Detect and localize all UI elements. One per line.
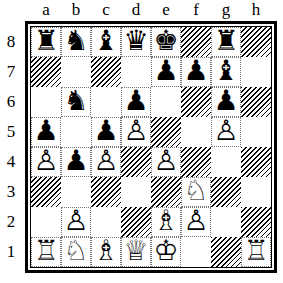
square-c3	[91, 177, 121, 207]
square-g5: ♙	[211, 117, 241, 147]
square-a2	[31, 207, 61, 237]
white-pawn: ♙	[183, 206, 208, 236]
square-d3	[121, 177, 151, 207]
file-label-e: e	[151, 0, 181, 20]
white-pawn: ♙	[63, 206, 88, 236]
square-e5	[151, 117, 181, 147]
white-queen: ♕	[123, 236, 148, 266]
square-h6	[241, 87, 271, 117]
square-d4	[121, 147, 151, 177]
rank-label-7: 7	[0, 57, 22, 87]
white-pawn: ♙	[93, 146, 118, 176]
black-pawn: ♟	[63, 146, 88, 176]
square-e6	[151, 87, 181, 117]
square-a4: ♙	[31, 147, 61, 177]
square-b1: ♘	[61, 237, 91, 267]
black-rook: ♜	[33, 26, 58, 56]
square-g1	[211, 237, 241, 267]
board-frame: ♜♞♝♛♚♜♟♟♝♞♟♟♟♟♙♙♙♟♙♙♘♙♗♙♖♘♗♕♔♖	[25, 21, 277, 273]
black-pawn: ♟	[153, 56, 178, 86]
square-e1: ♔	[151, 237, 181, 267]
file-label-g: g	[211, 0, 241, 20]
square-f3: ♘	[181, 177, 211, 207]
file-label-d: d	[121, 0, 151, 20]
file-labels: abcdefgh	[31, 0, 271, 20]
square-d8: ♛	[121, 27, 151, 57]
black-queen: ♛	[123, 26, 148, 56]
white-bishop: ♗	[93, 236, 118, 266]
square-d1: ♕	[121, 237, 151, 267]
file-label-c: c	[91, 0, 121, 20]
file-label-b: b	[61, 0, 91, 20]
square-c4: ♙	[91, 147, 121, 177]
square-d5: ♙	[121, 117, 151, 147]
square-h8	[241, 27, 271, 57]
black-knight: ♞	[63, 26, 88, 56]
square-a5: ♟	[31, 117, 61, 147]
square-c7	[91, 57, 121, 87]
rank-label-3: 3	[0, 177, 22, 207]
black-bishop: ♝	[93, 26, 118, 56]
white-rook: ♖	[33, 236, 58, 266]
square-g3	[211, 177, 241, 207]
file-label-f: f	[181, 0, 211, 20]
black-knight: ♞	[63, 86, 88, 116]
rank-label-5: 5	[0, 117, 22, 147]
black-rook: ♜	[213, 26, 238, 56]
board-inner-border: ♜♞♝♛♚♜♟♟♝♞♟♟♟♟♙♙♙♟♙♙♘♙♗♙♖♘♗♕♔♖	[30, 26, 272, 268]
square-f2: ♙	[181, 207, 211, 237]
black-pawn: ♟	[93, 116, 118, 146]
square-h3	[241, 177, 271, 207]
square-h7	[241, 57, 271, 87]
square-g7: ♝	[211, 57, 241, 87]
black-pawn: ♟	[183, 56, 208, 86]
white-knight: ♘	[183, 176, 208, 206]
square-e3	[151, 177, 181, 207]
square-f6	[181, 87, 211, 117]
black-king: ♚	[153, 26, 178, 56]
square-e7: ♟	[151, 57, 181, 87]
rank-labels: 87654321	[0, 27, 22, 267]
white-pawn: ♙	[213, 116, 238, 146]
black-pawn: ♟	[213, 86, 238, 116]
square-d7	[121, 57, 151, 87]
square-c1: ♗	[91, 237, 121, 267]
square-c8: ♝	[91, 27, 121, 57]
rank-label-2: 2	[0, 207, 22, 237]
chess-diagram: abcdefgh 87654321 ♜♞♝♛♚♜♟♟♝♞♟♟♟♟♙♙♙♟♙♙♘♙…	[0, 0, 283, 283]
square-b3	[61, 177, 91, 207]
square-c6	[91, 87, 121, 117]
square-g4	[211, 147, 241, 177]
square-b2: ♙	[61, 207, 91, 237]
square-b7	[61, 57, 91, 87]
white-pawn: ♙	[33, 146, 58, 176]
rank-label-8: 8	[0, 27, 22, 57]
white-pawn: ♙	[123, 116, 148, 146]
file-label-a: a	[31, 0, 61, 20]
file-label-h: h	[241, 0, 271, 20]
square-f7: ♟	[181, 57, 211, 87]
black-bishop: ♝	[213, 56, 238, 86]
black-pawn: ♟	[123, 86, 148, 116]
square-f4	[181, 147, 211, 177]
white-king: ♔	[153, 236, 178, 266]
square-h1: ♖	[241, 237, 271, 267]
white-bishop: ♗	[153, 206, 178, 236]
black-pawn: ♟	[33, 116, 58, 146]
square-a1: ♖	[31, 237, 61, 267]
square-g2	[211, 207, 241, 237]
square-f8	[181, 27, 211, 57]
square-b8: ♞	[61, 27, 91, 57]
white-knight: ♘	[63, 236, 88, 266]
square-f1	[181, 237, 211, 267]
square-d6: ♟	[121, 87, 151, 117]
square-a8: ♜	[31, 27, 61, 57]
white-pawn: ♙	[153, 146, 178, 176]
square-d2	[121, 207, 151, 237]
square-e2: ♗	[151, 207, 181, 237]
square-e8: ♚	[151, 27, 181, 57]
square-h2	[241, 207, 271, 237]
square-b4: ♟	[61, 147, 91, 177]
square-h5	[241, 117, 271, 147]
square-a3	[31, 177, 61, 207]
square-b6: ♞	[61, 87, 91, 117]
square-h4	[241, 147, 271, 177]
rank-label-1: 1	[0, 237, 22, 267]
chess-board: ♜♞♝♛♚♜♟♟♝♞♟♟♟♟♙♙♙♟♙♙♘♙♗♙♖♘♗♕♔♖	[31, 27, 271, 267]
white-rook: ♖	[243, 236, 268, 266]
square-a6	[31, 87, 61, 117]
square-c2	[91, 207, 121, 237]
rank-label-4: 4	[0, 147, 22, 177]
square-e4: ♙	[151, 147, 181, 177]
square-g8: ♜	[211, 27, 241, 57]
square-f5	[181, 117, 211, 147]
square-a7	[31, 57, 61, 87]
square-c5: ♟	[91, 117, 121, 147]
rank-label-6: 6	[0, 87, 22, 117]
square-b5	[61, 117, 91, 147]
square-g6: ♟	[211, 87, 241, 117]
